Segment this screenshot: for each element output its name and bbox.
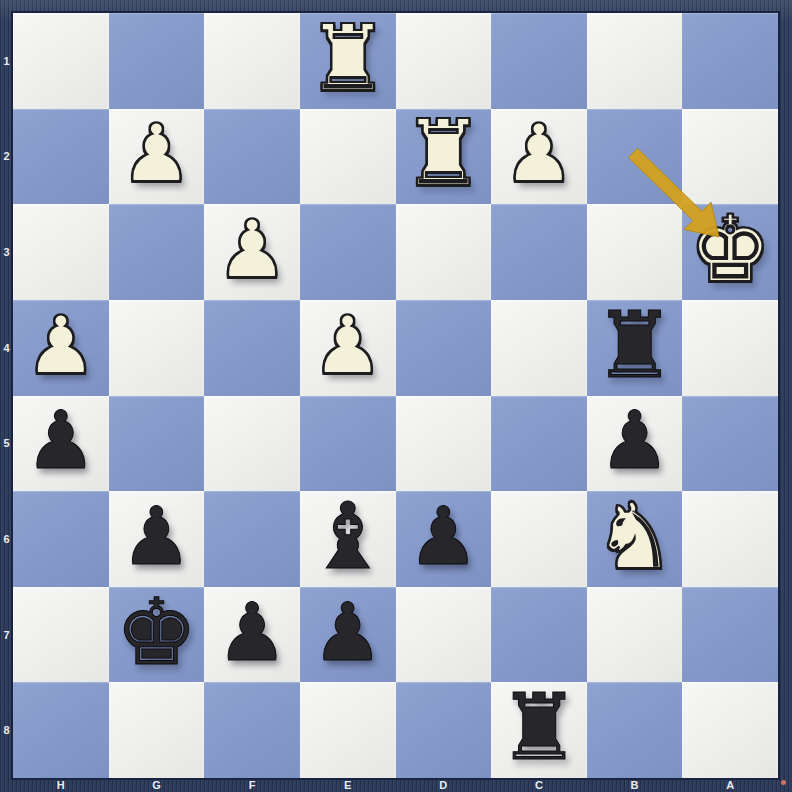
square-e2[interactable] [300,109,396,205]
square-f8[interactable] [204,682,300,778]
square-g4[interactable] [109,300,205,396]
square-b7[interactable] [587,587,683,683]
piece-bR-c8[interactable]: ♜ [498,682,580,774]
square-a2[interactable] [682,109,778,205]
file-label-g: G [109,777,205,792]
square-e4[interactable]: ♟ [300,300,396,396]
square-h5[interactable]: ♟ [13,396,109,492]
file-label-b: B [587,777,683,792]
piece-wP-g2[interactable]: ♟ [121,114,193,194]
square-b6[interactable]: ♞ [587,491,683,587]
piece-bR-b4[interactable]: ♜ [593,300,675,392]
square-g1[interactable] [109,13,205,109]
square-b4[interactable]: ♜ [587,300,683,396]
square-d3[interactable] [396,204,492,300]
square-c7[interactable] [491,587,587,683]
rank-label-8: 8 [0,682,13,778]
file-label-h: H [13,777,109,792]
square-d6[interactable]: ♟ [396,491,492,587]
file-label-d: D [396,777,492,792]
square-d1[interactable] [396,13,492,109]
piece-bP-h5[interactable]: ♟ [25,401,97,481]
square-c1[interactable] [491,13,587,109]
piece-wP-c2[interactable]: ♟ [503,114,575,194]
piece-wR-e1[interactable]: ♜ [306,13,388,105]
corner-dot [781,780,786,785]
file-label-f: F [204,777,300,792]
square-a7[interactable] [682,587,778,683]
rank-label-6: 6 [0,491,13,587]
square-a6[interactable] [682,491,778,587]
file-labels: HGFEDCBA [13,777,778,792]
piece-bK-g7[interactable]: ♚ [115,587,197,679]
square-g2[interactable]: ♟ [109,109,205,205]
square-h4[interactable]: ♟ [13,300,109,396]
square-h6[interactable] [13,491,109,587]
square-c4[interactable] [491,300,587,396]
square-b8[interactable] [587,682,683,778]
square-d2[interactable]: ♜ [396,109,492,205]
square-h8[interactable] [13,682,109,778]
piece-bP-e7[interactable]: ♟ [312,593,384,673]
square-f2[interactable] [204,109,300,205]
square-g5[interactable] [109,396,205,492]
square-c6[interactable] [491,491,587,587]
square-h3[interactable] [13,204,109,300]
square-e7[interactable]: ♟ [300,587,396,683]
rank-label-2: 2 [0,109,13,205]
square-a5[interactable] [682,396,778,492]
square-g6[interactable]: ♟ [109,491,205,587]
rank-label-3: 3 [0,204,13,300]
square-b5[interactable]: ♟ [587,396,683,492]
square-f1[interactable] [204,13,300,109]
square-e1[interactable]: ♜ [300,13,396,109]
square-a8[interactable] [682,682,778,778]
piece-wP-e4[interactable]: ♟ [312,306,384,386]
square-e5[interactable] [300,396,396,492]
piece-bP-f7[interactable]: ♟ [216,593,288,673]
square-f7[interactable]: ♟ [204,587,300,683]
piece-bP-b5[interactable]: ♟ [599,401,671,481]
chess-board[interactable]: ♜♟♜♟♟♚♟♟♜♟♟♟♝♟♞♚♟♟♜ [13,13,778,778]
square-f3[interactable]: ♟ [204,204,300,300]
piece-bP-d6[interactable]: ♟ [407,497,479,577]
square-g8[interactable] [109,682,205,778]
square-b2[interactable] [587,109,683,205]
square-a3[interactable]: ♚ [682,204,778,300]
square-g3[interactable] [109,204,205,300]
square-c3[interactable] [491,204,587,300]
square-d5[interactable] [396,396,492,492]
square-f6[interactable] [204,491,300,587]
piece-wN-b6[interactable]: ♞ [593,491,675,583]
square-e3[interactable] [300,204,396,300]
file-label-c: C [491,777,587,792]
rank-label-7: 7 [0,587,13,683]
square-c2[interactable]: ♟ [491,109,587,205]
piece-bB-e6[interactable]: ♝ [306,491,388,583]
piece-wP-f3[interactable]: ♟ [216,210,288,290]
square-a1[interactable] [682,13,778,109]
square-c5[interactable] [491,396,587,492]
file-label-e: E [300,777,396,792]
piece-bP-g6[interactable]: ♟ [121,497,193,577]
square-a4[interactable] [682,300,778,396]
square-h2[interactable] [13,109,109,205]
square-d8[interactable] [396,682,492,778]
square-e8[interactable] [300,682,396,778]
piece-wR-d2[interactable]: ♜ [402,108,484,200]
square-d4[interactable] [396,300,492,396]
rank-label-4: 4 [0,300,13,396]
square-f4[interactable] [204,300,300,396]
square-g7[interactable]: ♚ [109,587,205,683]
square-d7[interactable] [396,587,492,683]
square-f5[interactable] [204,396,300,492]
rank-label-5: 5 [0,396,13,492]
square-b3[interactable] [587,204,683,300]
rank-labels: 12345678 [0,13,13,778]
square-h1[interactable] [13,13,109,109]
square-b1[interactable] [587,13,683,109]
file-label-a: A [682,777,778,792]
square-h7[interactable] [13,587,109,683]
piece-wK-a3[interactable]: ♚ [689,204,771,296]
square-e6[interactable]: ♝ [300,491,396,587]
rank-label-1: 1 [0,13,13,109]
square-c8[interactable]: ♜ [491,682,587,778]
piece-wP-h4[interactable]: ♟ [25,306,97,386]
